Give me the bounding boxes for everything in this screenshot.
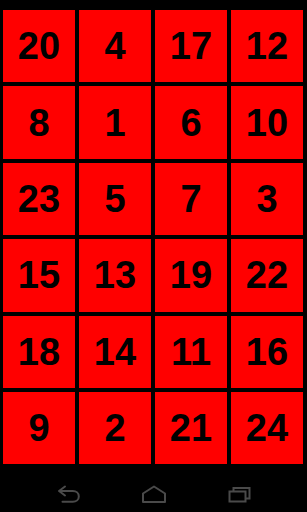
tile-18[interactable]: 18 — [3, 316, 75, 388]
tile-4[interactable]: 4 — [79, 10, 151, 82]
tile-17[interactable]: 17 — [155, 10, 227, 82]
back-button[interactable] — [26, 485, 111, 503]
tile-13[interactable]: 13 — [79, 239, 151, 311]
tile-12[interactable]: 12 — [231, 10, 303, 82]
back-icon — [56, 485, 82, 503]
tile-23[interactable]: 23 — [3, 163, 75, 235]
tile-24[interactable]: 24 — [231, 392, 303, 464]
recents-icon — [226, 485, 252, 503]
home-icon — [141, 485, 167, 503]
tile-10[interactable]: 10 — [231, 86, 303, 158]
recents-button[interactable] — [196, 485, 281, 503]
tile-19[interactable]: 19 — [155, 239, 227, 311]
tile-15[interactable]: 15 — [3, 239, 75, 311]
tile-1[interactable]: 1 — [79, 86, 151, 158]
tile-22[interactable]: 22 — [231, 239, 303, 311]
status-bar — [0, 0, 307, 10]
tile-6[interactable]: 6 — [155, 86, 227, 158]
tile-14[interactable]: 14 — [79, 316, 151, 388]
tile-20[interactable]: 20 — [3, 10, 75, 82]
tile-9[interactable]: 9 — [3, 392, 75, 464]
tile-8[interactable]: 8 — [3, 86, 75, 158]
tile-11[interactable]: 11 — [155, 316, 227, 388]
tile-16[interactable]: 16 — [231, 316, 303, 388]
tile-3[interactable]: 3 — [231, 163, 303, 235]
home-button[interactable] — [111, 485, 196, 503]
tile-2[interactable]: 2 — [79, 392, 151, 464]
android-nav-bar — [0, 464, 307, 512]
number-grid: 204171281610235731513192218141116922124 — [3, 10, 303, 464]
tile-7[interactable]: 7 — [155, 163, 227, 235]
tile-5[interactable]: 5 — [79, 163, 151, 235]
tile-21[interactable]: 21 — [155, 392, 227, 464]
